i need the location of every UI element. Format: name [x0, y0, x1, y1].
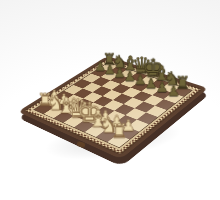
perspective-scene: ♜♞♟♝♟♛♟♚♟♝♟♞♟♟♜♟♟♜♟♟♞♟♝♟♛♟♚♟♝♟♞♜ [0, 0, 220, 200]
scene-tilt: ♜♞♟♝♟♛♟♚♟♝♟♞♟♟♜♟♟♜♟♟♞♟♝♟♛♟♚♟♝♟♞♜ [0, 0, 220, 200]
photo-background: ♜♞♟♝♟♛♟♚♟♝♟♞♟♟♜♟♟♜♟♟♞♟♝♟♛♟♚♟♝♟♞♜ [0, 0, 220, 200]
piece-black-pawn-h7[interactable]: ♟ [166, 84, 180, 98]
piece-white-rook-h1[interactable]: ♜ [111, 122, 127, 141]
chess-board: ♜♞♟♝♟♛♟♚♟♝♟♞♟♟♜♟♟♜♟♟♞♟♝♟♛♟♚♟♝♟♞♜ [18, 56, 209, 159]
